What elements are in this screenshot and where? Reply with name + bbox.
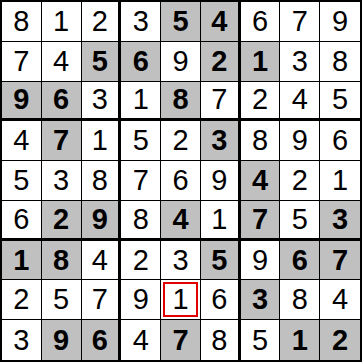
cell-r4c1[interactable]: 4	[2, 121, 42, 161]
cell-r3c9[interactable]: 5	[320, 82, 360, 122]
cell-r9c9[interactable]: 2	[320, 320, 360, 360]
cell-r3c3[interactable]: 3	[82, 82, 122, 122]
cell-r2c2[interactable]: 4	[42, 42, 82, 82]
cell-r6c5[interactable]: 4	[161, 201, 201, 241]
cell-r4c8[interactable]: 9	[280, 121, 320, 161]
cell-r5c5[interactable]: 6	[161, 161, 201, 201]
cell-r5c3[interactable]: 8	[82, 161, 122, 201]
cell-r8c5[interactable]: 1	[161, 280, 201, 320]
cell-r7c9[interactable]: 7	[320, 241, 360, 281]
cell-r3c1[interactable]: 9	[2, 82, 42, 122]
cell-r8c9[interactable]: 4	[320, 280, 360, 320]
cell-r8c2[interactable]: 5	[42, 280, 82, 320]
cell-r1c7[interactable]: 6	[241, 2, 281, 42]
cell-r7c4[interactable]: 2	[121, 241, 161, 281]
cell-r2c5[interactable]: 9	[161, 42, 201, 82]
cell-r2c8[interactable]: 3	[280, 42, 320, 82]
cell-r6c6[interactable]: 1	[201, 201, 241, 241]
cell-r5c9[interactable]: 1	[320, 161, 360, 201]
cell-r9c4[interactable]: 4	[121, 320, 161, 360]
cell-r6c8[interactable]: 5	[280, 201, 320, 241]
cell-r4c3[interactable]: 1	[82, 121, 122, 161]
cell-r5c2[interactable]: 3	[42, 161, 82, 201]
cell-r5c6[interactable]: 9	[201, 161, 241, 201]
cell-r6c9[interactable]: 3	[320, 201, 360, 241]
cell-r4c9[interactable]: 6	[320, 121, 360, 161]
cell-r7c3[interactable]: 4	[82, 241, 122, 281]
cell-r7c8[interactable]: 6	[280, 241, 320, 281]
cell-r7c7[interactable]: 9	[241, 241, 281, 281]
cell-r5c1[interactable]: 5	[2, 161, 42, 201]
cell-r3c6[interactable]: 7	[201, 82, 241, 122]
cell-r7c2[interactable]: 8	[42, 241, 82, 281]
cell-r7c6[interactable]: 5	[201, 241, 241, 281]
cell-r4c6[interactable]: 3	[201, 121, 241, 161]
cell-r4c2[interactable]: 7	[42, 121, 82, 161]
cell-r5c7[interactable]: 4	[241, 161, 281, 201]
cell-r8c1[interactable]: 2	[2, 280, 42, 320]
cell-r1c8[interactable]: 7	[280, 2, 320, 42]
cell-r1c4[interactable]: 3	[121, 2, 161, 42]
selected-cell-highlight	[163, 282, 198, 317]
cell-r6c7[interactable]: 7	[241, 201, 281, 241]
cell-r3c8[interactable]: 4	[280, 82, 320, 122]
cell-r6c4[interactable]: 8	[121, 201, 161, 241]
cell-r3c4[interactable]: 1	[121, 82, 161, 122]
cell-r9c5[interactable]: 7	[161, 320, 201, 360]
cell-r4c7[interactable]: 8	[241, 121, 281, 161]
cell-r8c8[interactable]: 8	[280, 280, 320, 320]
cell-r2c6[interactable]: 2	[201, 42, 241, 82]
cell-r2c9[interactable]: 8	[320, 42, 360, 82]
cell-r9c8[interactable]: 1	[280, 320, 320, 360]
cell-r1c5[interactable]: 5	[161, 2, 201, 42]
cell-r4c4[interactable]: 5	[121, 121, 161, 161]
sudoku-board: 8123546797456921389631872454715238965387…	[0, 0, 362, 362]
cell-r2c7[interactable]: 1	[241, 42, 281, 82]
cell-r8c6[interactable]: 6	[201, 280, 241, 320]
cell-r3c2[interactable]: 6	[42, 82, 82, 122]
cell-r2c4[interactable]: 6	[121, 42, 161, 82]
cell-r9c2[interactable]: 9	[42, 320, 82, 360]
cell-r5c8[interactable]: 2	[280, 161, 320, 201]
cell-r1c6[interactable]: 4	[201, 2, 241, 42]
cell-r1c3[interactable]: 2	[82, 2, 122, 42]
cell-r9c7[interactable]: 5	[241, 320, 281, 360]
cell-r1c1[interactable]: 8	[2, 2, 42, 42]
cell-r9c1[interactable]: 3	[2, 320, 42, 360]
cell-r1c2[interactable]: 1	[42, 2, 82, 42]
cell-r6c3[interactable]: 9	[82, 201, 122, 241]
cell-r3c5[interactable]: 8	[161, 82, 201, 122]
cell-r7c1[interactable]: 1	[2, 241, 42, 281]
cell-r8c4[interactable]: 9	[121, 280, 161, 320]
cell-r6c1[interactable]: 6	[2, 201, 42, 241]
cell-r9c3[interactable]: 6	[82, 320, 122, 360]
cell-r8c3[interactable]: 7	[82, 280, 122, 320]
cell-r4c5[interactable]: 2	[161, 121, 201, 161]
cell-r7c5[interactable]: 3	[161, 241, 201, 281]
cell-r2c1[interactable]: 7	[2, 42, 42, 82]
cell-r8c7[interactable]: 3	[241, 280, 281, 320]
cell-r2c3[interactable]: 5	[82, 42, 122, 82]
cell-r1c9[interactable]: 9	[320, 2, 360, 42]
cell-r6c2[interactable]: 2	[42, 201, 82, 241]
cell-r9c6[interactable]: 8	[201, 320, 241, 360]
cell-r5c4[interactable]: 7	[121, 161, 161, 201]
cell-r3c7[interactable]: 2	[241, 82, 281, 122]
